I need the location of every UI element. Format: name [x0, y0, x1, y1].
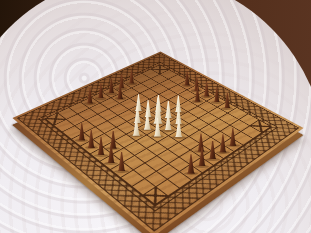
tafl-board-photo-scene [0, 0, 311, 233]
board-stack [51, 16, 264, 229]
